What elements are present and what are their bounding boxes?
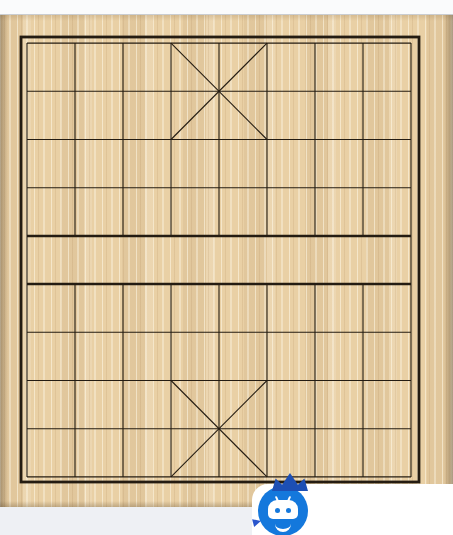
top-coordinates bbox=[0, 0, 453, 14]
watermark-logo-icon bbox=[258, 486, 308, 535]
piece-layer bbox=[3, 19, 435, 501]
robot-smile-icon bbox=[275, 522, 291, 532]
android-robot-icon bbox=[268, 500, 298, 519]
xiangqi-app-screen bbox=[0, 0, 453, 535]
xiangqi-board[interactable] bbox=[0, 14, 453, 508]
watermark-card bbox=[252, 484, 453, 535]
